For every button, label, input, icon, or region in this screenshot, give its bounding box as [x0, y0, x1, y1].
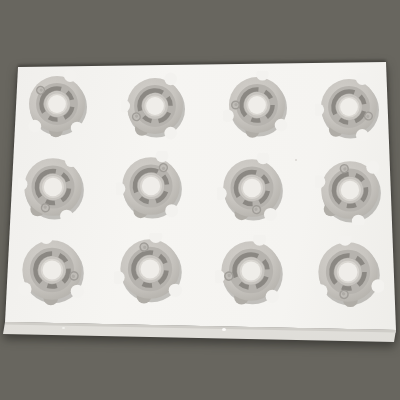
molded-disc-r2c1: [18, 152, 88, 222]
molded-disc-r1c4: [315, 73, 383, 141]
molded-disc-r1c1: [23, 70, 91, 138]
disc-white-center: [242, 262, 261, 281]
disc-white-center: [248, 96, 266, 114]
disc-white-center: [341, 181, 359, 199]
disc-white-center: [339, 263, 358, 282]
molded-disc-r2c3: [217, 153, 287, 223]
disc-grid: [0, 0, 400, 400]
dust-speck: [295, 159, 297, 161]
disc-white-center: [142, 177, 160, 195]
molded-disc-r2c2: [116, 151, 186, 221]
disc-white-center: [48, 95, 66, 113]
molded-disc-r1c2: [121, 72, 189, 140]
disc-white-center: [44, 178, 62, 196]
molded-disc-r1c3: [223, 71, 291, 139]
photo-scene: [0, 0, 400, 400]
molded-disc-r2c4: [315, 155, 385, 225]
disc-pin-hole-dot: [234, 103, 237, 106]
disc-white-center: [43, 261, 62, 280]
dust-speck: [222, 328, 226, 331]
disc-white-center: [243, 179, 261, 197]
molded-disc-r3c1: [16, 234, 88, 306]
molded-disc-r3c4: [312, 236, 384, 308]
disc-white-center: [141, 260, 160, 279]
disc-white-center: [340, 98, 358, 116]
disc-white-center: [146, 97, 164, 115]
dust-speck: [62, 327, 65, 329]
molded-disc-r3c3: [215, 235, 287, 307]
molded-disc-r3c2: [114, 233, 186, 305]
